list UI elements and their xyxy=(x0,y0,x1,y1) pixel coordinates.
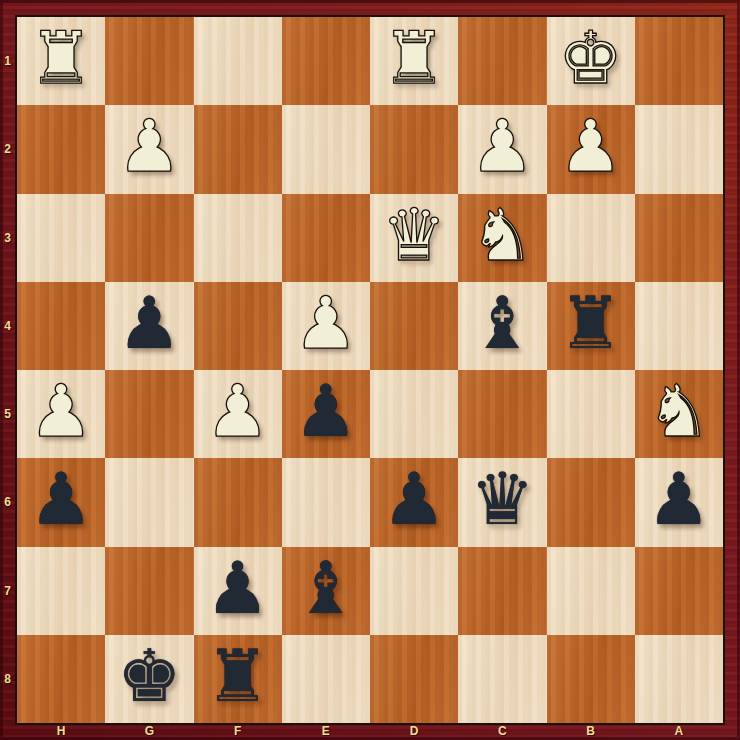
square-e5[interactable]: ♟ xyxy=(282,370,370,458)
square-g8[interactable]: ♚ xyxy=(105,635,193,723)
square-g4[interactable]: ♟ xyxy=(105,282,193,370)
square-g2[interactable]: ♟ xyxy=(105,105,193,193)
white-pawn[interactable]: ♟ xyxy=(117,110,182,182)
square-b4[interactable]: ♜ xyxy=(547,282,635,370)
black-rook[interactable]: ♜ xyxy=(205,640,270,712)
square-c6[interactable]: ♛ xyxy=(458,458,546,546)
square-f2[interactable] xyxy=(194,105,282,193)
square-d7[interactable] xyxy=(370,547,458,635)
square-f8[interactable]: ♜ xyxy=(194,635,282,723)
square-b7[interactable] xyxy=(547,547,635,635)
black-queen[interactable]: ♛ xyxy=(470,463,535,535)
square-b5[interactable] xyxy=(547,370,635,458)
white-king[interactable]: ♚ xyxy=(558,22,623,94)
square-b1[interactable]: ♚ xyxy=(547,17,635,105)
white-knight[interactable]: ♞ xyxy=(647,375,712,447)
black-bishop[interactable]: ♝ xyxy=(294,552,359,624)
rank-label-5: 5 xyxy=(0,370,15,458)
white-queen[interactable]: ♛ xyxy=(382,199,447,271)
square-g5[interactable] xyxy=(105,370,193,458)
square-h6[interactable]: ♟ xyxy=(17,458,105,546)
square-a1[interactable] xyxy=(635,17,723,105)
square-a6[interactable]: ♟ xyxy=(635,458,723,546)
square-a2[interactable] xyxy=(635,105,723,193)
square-f3[interactable] xyxy=(194,194,282,282)
square-b3[interactable] xyxy=(547,194,635,282)
square-g7[interactable] xyxy=(105,547,193,635)
square-d1[interactable]: ♜ xyxy=(370,17,458,105)
square-h5[interactable]: ♟ xyxy=(17,370,105,458)
black-bishop[interactable]: ♝ xyxy=(470,287,535,359)
square-e6[interactable] xyxy=(282,458,370,546)
square-e3[interactable] xyxy=(282,194,370,282)
square-a4[interactable] xyxy=(635,282,723,370)
rank-label-1: 1 xyxy=(0,17,15,105)
square-c7[interactable] xyxy=(458,547,546,635)
square-c3[interactable]: ♞ xyxy=(458,194,546,282)
black-pawn[interactable]: ♟ xyxy=(205,552,270,624)
square-d2[interactable] xyxy=(370,105,458,193)
square-b8[interactable] xyxy=(547,635,635,723)
black-rook[interactable]: ♜ xyxy=(558,287,623,359)
white-pawn[interactable]: ♟ xyxy=(470,110,535,182)
square-c4[interactable]: ♝ xyxy=(458,282,546,370)
rank-label-3: 3 xyxy=(0,194,15,282)
square-c8[interactable] xyxy=(458,635,546,723)
square-e4[interactable]: ♟ xyxy=(282,282,370,370)
square-g3[interactable] xyxy=(105,194,193,282)
square-h7[interactable] xyxy=(17,547,105,635)
chess-board: ♜♜♚♟♟♟♛♞♟♟♝♜♟♟♟♞♟♟♛♟♟♝♚♜ xyxy=(15,15,725,725)
rank-label-4: 4 xyxy=(0,282,15,370)
white-pawn[interactable]: ♟ xyxy=(294,287,359,359)
square-g1[interactable] xyxy=(105,17,193,105)
square-c5[interactable] xyxy=(458,370,546,458)
square-h4[interactable] xyxy=(17,282,105,370)
square-d5[interactable] xyxy=(370,370,458,458)
black-pawn[interactable]: ♟ xyxy=(382,463,447,535)
square-d8[interactable] xyxy=(370,635,458,723)
rank-label-8: 8 xyxy=(0,635,15,723)
black-pawn[interactable]: ♟ xyxy=(647,463,712,535)
rank-labels: 12345678 xyxy=(0,17,15,723)
white-rook[interactable]: ♜ xyxy=(382,22,447,94)
rank-label-2: 2 xyxy=(0,105,15,193)
square-f5[interactable]: ♟ xyxy=(194,370,282,458)
square-c2[interactable]: ♟ xyxy=(458,105,546,193)
black-pawn[interactable]: ♟ xyxy=(117,287,182,359)
square-e1[interactable] xyxy=(282,17,370,105)
square-a5[interactable]: ♞ xyxy=(635,370,723,458)
square-g6[interactable] xyxy=(105,458,193,546)
square-h3[interactable] xyxy=(17,194,105,282)
square-f6[interactable] xyxy=(194,458,282,546)
square-h1[interactable]: ♜ xyxy=(17,17,105,105)
square-b2[interactable]: ♟ xyxy=(547,105,635,193)
square-d3[interactable]: ♛ xyxy=(370,194,458,282)
square-d4[interactable] xyxy=(370,282,458,370)
square-c1[interactable] xyxy=(458,17,546,105)
square-h2[interactable] xyxy=(17,105,105,193)
square-a7[interactable] xyxy=(635,547,723,635)
chess-board-frame: 12345678 HGFEDCBA ♜♜♚♟♟♟♛♞♟♟♝♜♟♟♟♞♟♟♛♟♟♝… xyxy=(0,0,740,740)
square-e2[interactable] xyxy=(282,105,370,193)
black-king[interactable]: ♚ xyxy=(117,640,182,712)
white-pawn[interactable]: ♟ xyxy=(29,375,94,447)
square-d6[interactable]: ♟ xyxy=(370,458,458,546)
black-pawn[interactable]: ♟ xyxy=(29,463,94,535)
square-f7[interactable]: ♟ xyxy=(194,547,282,635)
rank-label-7: 7 xyxy=(0,547,15,635)
square-b6[interactable] xyxy=(547,458,635,546)
white-pawn[interactable]: ♟ xyxy=(558,110,623,182)
rank-label-6: 6 xyxy=(0,458,15,546)
white-knight[interactable]: ♞ xyxy=(470,199,535,271)
square-f1[interactable] xyxy=(194,17,282,105)
square-f4[interactable] xyxy=(194,282,282,370)
square-h8[interactable] xyxy=(17,635,105,723)
black-pawn[interactable]: ♟ xyxy=(294,375,359,447)
square-a3[interactable] xyxy=(635,194,723,282)
square-e7[interactable]: ♝ xyxy=(282,547,370,635)
white-pawn[interactable]: ♟ xyxy=(205,375,270,447)
white-rook[interactable]: ♜ xyxy=(29,22,94,94)
square-a8[interactable] xyxy=(635,635,723,723)
square-e8[interactable] xyxy=(282,635,370,723)
